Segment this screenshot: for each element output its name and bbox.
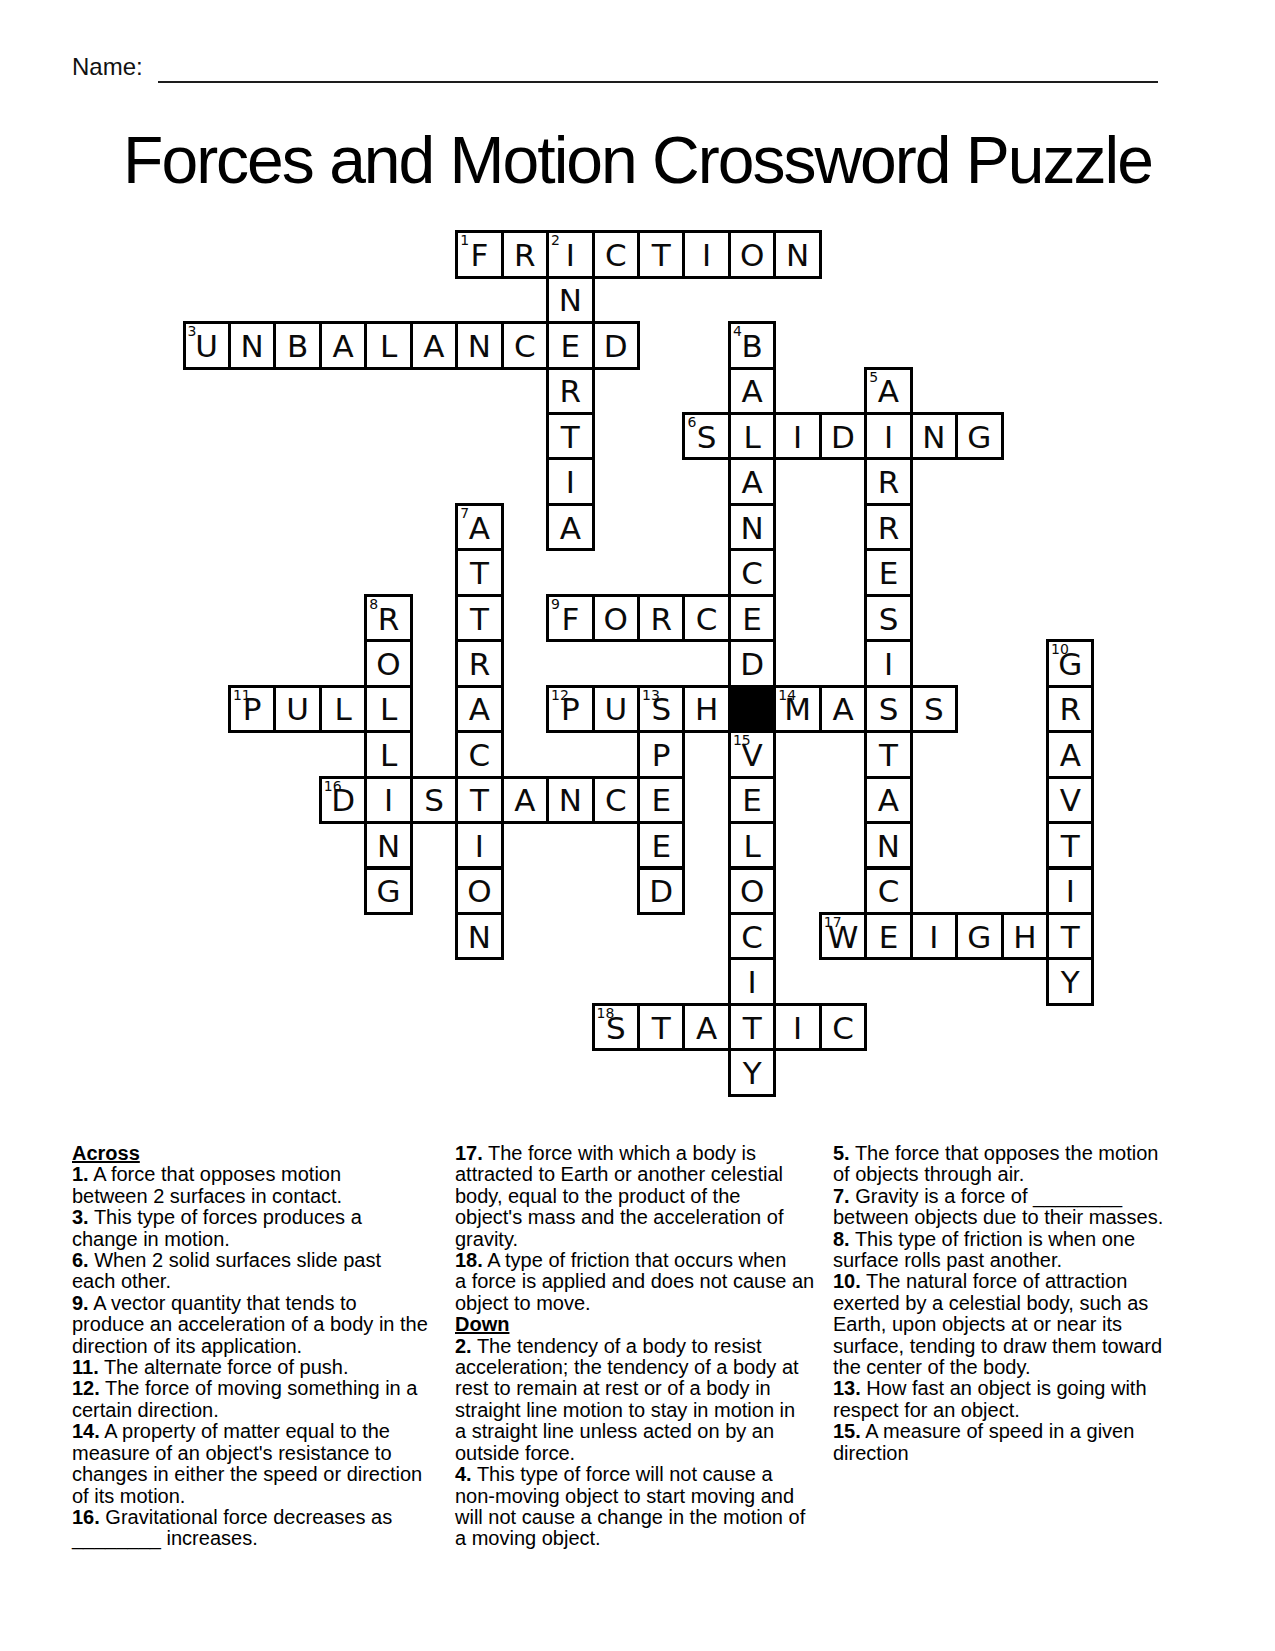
clue-line: respect for an object.	[833, 1400, 1163, 1421]
cell-19-16[interactable]: Y	[1046, 957, 1094, 1005]
clue-line: between 2 surfaces in contact.	[72, 1186, 428, 1207]
cell-15-14[interactable]: C	[864, 867, 912, 915]
clue-line: a force is applied and does not cause an	[455, 1271, 814, 1292]
cell-5-12[interactable]: S	[410, 776, 458, 824]
clue-number: 3	[188, 324, 197, 339]
clue-line: gravity.	[455, 1229, 814, 1250]
cell-6-9[interactable]: R	[455, 639, 503, 687]
cell-letter: A	[332, 331, 353, 362]
cell-letter: A	[832, 694, 853, 725]
cell-3-10[interactable]: L	[319, 685, 367, 733]
cell-letter: A	[696, 1013, 717, 1044]
cell-10-17[interactable]: T	[637, 1003, 685, 1051]
cell-12-11[interactable]: 15V	[728, 730, 776, 778]
cell-letter: I	[884, 649, 893, 680]
cell-letter: N	[922, 422, 945, 453]
clue-line: 3. This type of forces produces a	[72, 1207, 428, 1228]
clue-line: exerted by a celestial body, such as	[833, 1293, 1163, 1314]
cell-letter: T	[470, 785, 489, 816]
cell-1-2[interactable]: N	[228, 321, 276, 369]
cell-letter: A	[469, 694, 490, 725]
cell-letter: L	[380, 331, 397, 362]
cell-letter: C	[514, 331, 536, 362]
clue-line: acceleration; the tendency of a body at	[455, 1357, 814, 1378]
cell-15-3[interactable]: 5A	[864, 367, 912, 415]
cell-letter: S	[879, 694, 899, 725]
clue-line: 16. Gravitational force decreases as	[72, 1507, 428, 1528]
cell-letter: S	[924, 694, 944, 725]
cell-9-8[interactable]: O	[592, 594, 640, 642]
cell-letter: E	[879, 558, 899, 589]
cell-15-5[interactable]: R	[864, 457, 912, 505]
cell-letter: I	[929, 922, 938, 953]
cell-letter: V	[1060, 785, 1081, 816]
cell-6-13[interactable]: I	[455, 821, 503, 869]
cell-letter: I	[475, 831, 484, 862]
clue-line: non-moving object to start moving and	[455, 1486, 814, 1507]
cell-10-13[interactable]: E	[637, 821, 685, 869]
cell-9-10[interactable]: U	[592, 685, 640, 733]
cell-letter: E	[651, 831, 671, 862]
cell-10-0[interactable]: T	[637, 230, 685, 278]
clue-line: 11. The alternate force of push.	[72, 1357, 428, 1378]
clue-line: 14. A property of matter equal to the	[72, 1421, 428, 1442]
cell-letter: R	[514, 240, 536, 271]
cell-6-14[interactable]: O	[455, 867, 503, 915]
cell-letter: I	[1066, 876, 1075, 907]
cell-letter: C	[741, 922, 763, 953]
clue-line: of its motion.	[72, 1486, 428, 1507]
clue-line: a straight line unless acted on by an	[455, 1421, 814, 1442]
cell-12-12[interactable]: E	[728, 776, 776, 824]
cell-15-7[interactable]: E	[864, 548, 912, 596]
cell-19-9[interactable]: 10G	[1046, 639, 1094, 687]
clue-number: 18	[597, 1006, 615, 1021]
cell-letter: C	[878, 876, 900, 907]
clue-line: object's mass and the acceleration of	[455, 1207, 814, 1228]
cell-letter: T	[470, 558, 489, 589]
cell-19-12[interactable]: V	[1046, 776, 1094, 824]
cell-letter: I	[884, 422, 893, 453]
cell-12-3[interactable]: A	[728, 367, 776, 415]
cell-9-2[interactable]: D	[592, 321, 640, 369]
clue-line: measure of an object's resistance to	[72, 1443, 428, 1464]
cell-letter: O	[467, 876, 491, 907]
cell-letter: C	[741, 558, 763, 589]
cell-6-2[interactable]: N	[455, 321, 503, 369]
cell-letter: A	[1060, 740, 1081, 771]
cell-19-11[interactable]: A	[1046, 730, 1094, 778]
cell-letter: C	[832, 1013, 854, 1044]
cell-16-15[interactable]: I	[910, 912, 958, 960]
cell-8-0[interactable]: 2I	[546, 230, 594, 278]
clue-line: change in motion.	[72, 1229, 428, 1250]
cell-letter: A	[878, 785, 899, 816]
cell-4-8[interactable]: 8R	[364, 594, 412, 642]
cell-15-11[interactable]: T	[864, 730, 912, 778]
cell-letter: N	[559, 785, 582, 816]
cell-letter: D	[831, 422, 855, 453]
cell-10-8[interactable]: R	[637, 594, 685, 642]
clue-line: 5. The force that opposes the motion	[833, 1143, 1163, 1164]
clue-number: 5	[869, 370, 878, 385]
clue-line: surface rolls past another.	[833, 1250, 1163, 1271]
cell-12-14[interactable]: O	[728, 867, 776, 915]
clue-line: 12. The force of moving something in a	[72, 1378, 428, 1399]
clue-line: 9. A vector quantity that tends to	[72, 1293, 428, 1314]
clue-line: 2. The tendency of a body to resist	[455, 1336, 814, 1357]
cell-4-13[interactable]: N	[364, 821, 412, 869]
clue-line: 18. A type of friction that occurs when	[455, 1250, 814, 1271]
cell-12-6[interactable]: N	[728, 503, 776, 551]
crossword-grid: 1FR2ICTIONN3UNBALANCED4BRA5AT6SLIDINGIAR…	[0, 0, 1275, 1100]
cell-letter: N	[786, 240, 809, 271]
clue-line: 15. A measure of speed in a given	[833, 1421, 1163, 1442]
cell-6-7[interactable]: T	[455, 548, 503, 596]
clue-line: 17. The force with which a body is	[455, 1143, 814, 1164]
cell-letter: G	[377, 876, 401, 907]
clue-line: changes in either the speed or direction	[72, 1464, 428, 1485]
cell-15-13[interactable]: N	[864, 821, 912, 869]
cell-letter: P	[652, 740, 671, 771]
cell-11-0[interactable]: I	[682, 230, 730, 278]
cell-12-15[interactable]: C	[728, 912, 776, 960]
cell-letter: Y	[1061, 967, 1080, 998]
cell-15-12[interactable]: A	[864, 776, 912, 824]
cell-12-0[interactable]: O	[728, 230, 776, 278]
cell-letter: N	[468, 922, 491, 953]
cell-3-12[interactable]: 16D	[319, 776, 367, 824]
cell-12-4[interactable]: L	[728, 412, 776, 460]
cell-letter: A	[742, 376, 763, 407]
cell-3-2[interactable]: A	[319, 321, 367, 369]
cell-letter: R	[378, 604, 400, 635]
cell-1-10[interactable]: 11P	[228, 685, 276, 733]
cell-letter: U	[195, 331, 218, 362]
cell-14-4[interactable]: D	[819, 412, 867, 460]
cell-8-3[interactable]: R	[546, 367, 594, 415]
cell-letter: N	[877, 831, 900, 862]
cell-4-14[interactable]: G	[364, 867, 412, 915]
cell-letter: S	[424, 785, 444, 816]
cell-letter: Y	[743, 1058, 762, 1089]
cell-12-8[interactable]: E	[728, 594, 776, 642]
clue-line: 1. A force that opposes motion	[72, 1164, 428, 1185]
cell-letter: B	[741, 331, 762, 362]
clues-column-2: 17. The force with which a body isattrac…	[455, 1143, 814, 1550]
worksheet-page: Name: Forces and Motion Crossword Puzzle…	[0, 0, 1275, 1651]
clue-number: 4	[733, 324, 742, 339]
cell-6-12[interactable]: T	[455, 776, 503, 824]
cell-letter: I	[793, 1013, 802, 1044]
cell-letter: N	[468, 331, 491, 362]
cell-letter: T	[879, 740, 898, 771]
clue-line: the center of the body.	[833, 1357, 1163, 1378]
black-cell	[728, 685, 776, 733]
clue-line: between objects due to their masses.	[833, 1207, 1163, 1228]
cell-8-5[interactable]: I	[546, 457, 594, 505]
cell-10-10[interactable]: 13S	[637, 685, 685, 733]
cell-letter: R	[650, 604, 672, 635]
cell-6-11[interactable]: C	[455, 730, 503, 778]
clue-number: 2	[551, 233, 560, 248]
cell-letter: D	[604, 331, 628, 362]
cell-7-2[interactable]: C	[501, 321, 549, 369]
cell-9-12[interactable]: C	[592, 776, 640, 824]
cell-13-4[interactable]: I	[773, 412, 821, 460]
clue-line: 7. Gravity is a force of ________	[833, 1186, 1163, 1207]
clue-line: 4. This type of force will not cause a	[455, 1464, 814, 1485]
cell-2-10[interactable]: U	[273, 685, 321, 733]
clue-line: straight line motion to stay in motion i…	[455, 1400, 814, 1421]
cell-6-10[interactable]: A	[455, 685, 503, 733]
cell-12-13[interactable]: L	[728, 821, 776, 869]
cell-letter: T	[561, 422, 580, 453]
clue-line: body, equal to the product of the	[455, 1186, 814, 1207]
cell-letter: U	[286, 694, 309, 725]
clue-number: 16	[324, 779, 342, 794]
clue-number: 8	[369, 597, 378, 612]
clues-column-1: Across1. A force that opposes motionbetw…	[72, 1143, 428, 1550]
cell-4-11[interactable]: L	[364, 730, 412, 778]
clue-line: 6. When 2 solid surfaces slide past	[72, 1250, 428, 1271]
cell-letter: E	[879, 922, 899, 953]
cell-letter: I	[384, 785, 393, 816]
cell-7-12[interactable]: A	[501, 776, 549, 824]
cell-letter: O	[740, 876, 764, 907]
cell-letter: T	[470, 604, 489, 635]
cell-17-4[interactable]: G	[955, 412, 1003, 460]
cell-letter: T	[652, 240, 671, 271]
clue-line: 13. How fast an object is going with	[833, 1378, 1163, 1399]
clue-number: 6	[687, 415, 696, 430]
cell-letter: B	[287, 331, 308, 362]
cell-letter: G	[967, 422, 991, 453]
cell-letter: L	[743, 831, 760, 862]
cell-letter: E	[561, 331, 581, 362]
cell-letter: E	[651, 785, 671, 816]
cell-letter: N	[741, 513, 764, 544]
cell-6-15[interactable]: N	[455, 912, 503, 960]
cell-11-4[interactable]: 6S	[682, 412, 730, 460]
cell-16-10[interactable]: S	[910, 685, 958, 733]
clue-line: 8. This type of friction is when one	[833, 1229, 1163, 1250]
cell-7-0[interactable]: R	[501, 230, 549, 278]
clue-line: attracted to Earth or another celestial	[455, 1164, 814, 1185]
cell-8-10[interactable]: 12P	[546, 685, 594, 733]
across-heading: Across	[72, 1143, 428, 1164]
cell-letter: D	[649, 876, 673, 907]
clue-number: 13	[642, 688, 660, 703]
cell-letter: I	[566, 240, 575, 271]
cell-9-0[interactable]: C	[592, 230, 640, 278]
cell-letter: S	[879, 604, 899, 635]
cell-letter: U	[604, 694, 627, 725]
cell-letter: I	[702, 240, 711, 271]
cell-letter: T	[1061, 831, 1080, 862]
cell-12-5[interactable]: A	[728, 457, 776, 505]
clue-line: certain direction.	[72, 1400, 428, 1421]
clue-line: direction of its application.	[72, 1336, 428, 1357]
cell-letter: R	[878, 467, 900, 498]
cell-letter: A	[742, 467, 763, 498]
cell-11-10[interactable]: H	[682, 685, 730, 733]
cell-8-4[interactable]: T	[546, 412, 594, 460]
cell-6-0[interactable]: 1F	[455, 230, 503, 278]
cell-9-17[interactable]: 18S	[592, 1003, 640, 1051]
cell-14-10[interactable]: A	[819, 685, 867, 733]
clue-line: 10. The natural force of attraction	[833, 1271, 1163, 1292]
cell-letter: A	[423, 331, 444, 362]
cell-letter: A	[878, 376, 899, 407]
cell-8-8[interactable]: 9F	[546, 594, 594, 642]
cell-letter: O	[376, 649, 400, 680]
cell-6-8[interactable]: T	[455, 594, 503, 642]
cell-letter: E	[742, 785, 762, 816]
cell-19-13[interactable]: T	[1046, 821, 1094, 869]
cell-13-10[interactable]: 14M	[773, 685, 821, 733]
cell-letter: S	[697, 422, 717, 453]
clue-number: 7	[460, 506, 469, 521]
cell-letter: C	[605, 240, 627, 271]
clue-line: outside force.	[455, 1443, 814, 1464]
cell-letter: A	[560, 513, 581, 544]
cell-6-6[interactable]: 7A	[455, 503, 503, 551]
cell-letter: L	[380, 740, 397, 771]
clue-line: direction	[833, 1443, 1163, 1464]
cell-letter: L	[334, 694, 351, 725]
cell-19-15[interactable]: T	[1046, 912, 1094, 960]
cell-letter: D	[740, 649, 764, 680]
clue-line: produce an acceleration of a body in the	[72, 1314, 428, 1335]
cell-12-18[interactable]: Y	[728, 1048, 776, 1096]
cell-letter: T	[743, 1013, 762, 1044]
clue-line: each other.	[72, 1271, 428, 1292]
cell-letter: E	[742, 604, 762, 635]
cell-11-8[interactable]: C	[682, 594, 730, 642]
cell-letter: N	[559, 285, 582, 316]
cell-letter: C	[605, 785, 627, 816]
cell-10-14[interactable]: D	[637, 867, 685, 915]
cell-2-2[interactable]: B	[273, 321, 321, 369]
cell-12-7[interactable]: C	[728, 548, 776, 596]
clue-number: 11	[233, 688, 251, 703]
cell-letter: H	[695, 694, 718, 725]
clue-number: 15	[733, 733, 751, 748]
clue-number: 14	[778, 688, 796, 703]
clue-number: 1	[460, 233, 469, 248]
cell-letter: T	[652, 1013, 671, 1044]
cell-15-15[interactable]: E	[864, 912, 912, 960]
cell-letter: O	[604, 604, 628, 635]
cell-letter: I	[566, 467, 575, 498]
cell-10-11[interactable]: P	[637, 730, 685, 778]
clue-number: 12	[551, 688, 569, 703]
cell-12-2[interactable]: 4B	[728, 321, 776, 369]
cell-4-10[interactable]: L	[364, 685, 412, 733]
cell-11-17[interactable]: A	[682, 1003, 730, 1051]
cell-8-6[interactable]: A	[546, 503, 594, 551]
cell-10-12[interactable]: E	[637, 776, 685, 824]
cell-letter: N	[241, 331, 264, 362]
clue-number: 10	[1051, 642, 1069, 657]
clue-number: 17	[824, 915, 842, 930]
cell-letter: T	[1061, 922, 1080, 953]
cell-8-12[interactable]: N	[546, 776, 594, 824]
cell-15-4[interactable]: I	[864, 412, 912, 460]
cell-13-17[interactable]: I	[773, 1003, 821, 1051]
clue-line: of objects through air.	[833, 1164, 1163, 1185]
cell-letter: I	[793, 422, 802, 453]
clue-number: 9	[551, 597, 560, 612]
cell-16-4[interactable]: N	[910, 412, 958, 460]
cell-letter: C	[696, 604, 718, 635]
clue-line: rest to remain at rest or of a body in	[455, 1378, 814, 1399]
cell-18-15[interactable]: H	[1001, 912, 1049, 960]
cell-12-9[interactable]: D	[728, 639, 776, 687]
cell-letter: A	[469, 513, 490, 544]
cell-letter: R	[469, 649, 491, 680]
cell-letter: C	[469, 740, 491, 771]
cell-letter: I	[748, 967, 757, 998]
cell-0-2[interactable]: 3U	[183, 321, 231, 369]
cell-15-6[interactable]: R	[864, 503, 912, 551]
cell-4-2[interactable]: L	[364, 321, 412, 369]
cell-letter: R	[560, 376, 582, 407]
cell-12-17[interactable]: T	[728, 1003, 776, 1051]
cell-letter: R	[878, 513, 900, 544]
cell-19-10[interactable]: R	[1046, 685, 1094, 733]
cell-13-0[interactable]: N	[773, 230, 821, 278]
cell-19-14[interactable]: I	[1046, 867, 1094, 915]
clue-line: Earth, upon objects at or near its	[833, 1314, 1163, 1335]
cell-8-2[interactable]: E	[546, 321, 594, 369]
clue-line: surface, tending to draw them toward	[833, 1336, 1163, 1357]
cell-letter: F	[561, 604, 579, 635]
clue-line: a moving object.	[455, 1528, 814, 1549]
cell-letter: N	[377, 831, 400, 862]
cell-letter: H	[1013, 922, 1036, 953]
cell-5-2[interactable]: A	[410, 321, 458, 369]
cell-17-15[interactable]: G	[955, 912, 1003, 960]
down-heading: Down	[455, 1314, 814, 1335]
clue-line: will not cause a change in the motion of	[455, 1507, 814, 1528]
cell-letter: O	[740, 240, 764, 271]
cell-letter: G	[967, 922, 991, 953]
cell-letter: R	[1059, 694, 1081, 725]
cell-4-12[interactable]: I	[364, 776, 412, 824]
cell-letter: L	[743, 422, 760, 453]
cell-12-16[interactable]: I	[728, 957, 776, 1005]
cell-letter: L	[380, 694, 397, 725]
cell-14-15[interactable]: 17W	[819, 912, 867, 960]
cell-letter: A	[514, 785, 535, 816]
cell-4-9[interactable]: O	[364, 639, 412, 687]
clues-column-3: 5. The force that opposes the motionof o…	[833, 1143, 1163, 1464]
cell-letter: F	[470, 240, 488, 271]
cell-14-17[interactable]: C	[819, 1003, 867, 1051]
clue-line: ________ increases.	[72, 1528, 428, 1549]
cell-15-9[interactable]: I	[864, 639, 912, 687]
cell-15-8[interactable]: S	[864, 594, 912, 642]
cell-15-10[interactable]: S	[864, 685, 912, 733]
cell-8-1[interactable]: N	[546, 276, 594, 324]
clue-line: object to move.	[455, 1293, 814, 1314]
